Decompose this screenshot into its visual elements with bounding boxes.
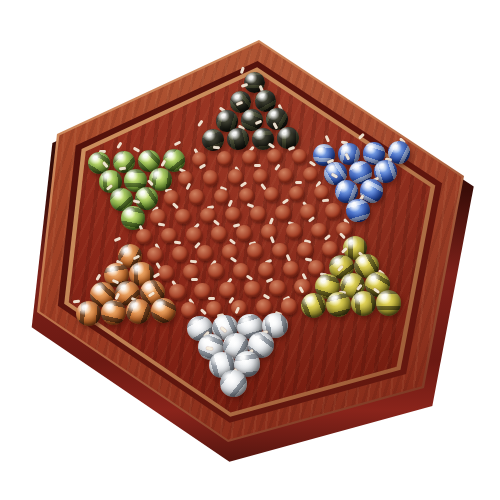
marble-blue[interactable]: [346, 199, 369, 222]
empty-hole[interactable]: [217, 151, 232, 166]
hole-rim-reflection: [191, 278, 198, 281]
empty-hole[interactable]: [269, 280, 285, 296]
empty-hole[interactable]: [172, 246, 188, 262]
empty-hole[interactable]: [225, 207, 241, 223]
marble-green[interactable]: [149, 168, 172, 191]
empty-hole[interactable]: [322, 241, 338, 257]
empty-hole[interactable]: [278, 168, 293, 183]
empty-hole[interactable]: [325, 203, 341, 219]
empty-hole[interactable]: [136, 229, 152, 245]
empty-hole[interactable]: [228, 169, 243, 184]
hole-rim-reflection: [295, 181, 302, 184]
hole-rim-reflection: [322, 198, 329, 201]
empty-hole[interactable]: [147, 247, 163, 263]
empty-hole[interactable]: [211, 226, 227, 242]
empty-hole[interactable]: [169, 284, 185, 300]
hole-rim-reflection: [206, 347, 213, 351]
marble-blue[interactable]: [388, 141, 410, 163]
empty-hole[interactable]: [292, 149, 307, 164]
empty-hole[interactable]: [219, 282, 235, 298]
empty-hole[interactable]: [311, 223, 327, 239]
empty-hole[interactable]: [186, 227, 202, 243]
hole-rim-reflection: [190, 260, 197, 263]
empty-hole[interactable]: [303, 167, 318, 182]
product-photo-stage: [0, 0, 500, 500]
empty-hole[interactable]: [253, 169, 268, 184]
hole-rim-reflection: [207, 296, 214, 299]
empty-hole[interactable]: [258, 262, 274, 278]
empty-hole[interactable]: [275, 205, 291, 221]
hole-rim-reflection: [254, 164, 261, 167]
marble-white-gray[interactable]: [220, 370, 247, 397]
marble-blue[interactable]: [360, 179, 383, 202]
empty-hole[interactable]: [175, 209, 191, 225]
marble-yellow[interactable]: [376, 290, 401, 315]
empty-hole[interactable]: [286, 223, 302, 239]
empty-hole[interactable]: [250, 206, 266, 222]
empty-hole[interactable]: [181, 302, 197, 318]
empty-hole[interactable]: [189, 189, 204, 204]
empty-hole[interactable]: [281, 298, 297, 314]
empty-hole[interactable]: [297, 242, 313, 258]
empty-hole[interactable]: [203, 170, 218, 185]
empty-hole[interactable]: [244, 281, 260, 297]
empty-hole[interactable]: [197, 245, 213, 261]
marble-black[interactable]: [277, 127, 299, 149]
empty-hole[interactable]: [236, 225, 252, 241]
hole-rim-reflection: [213, 146, 220, 149]
